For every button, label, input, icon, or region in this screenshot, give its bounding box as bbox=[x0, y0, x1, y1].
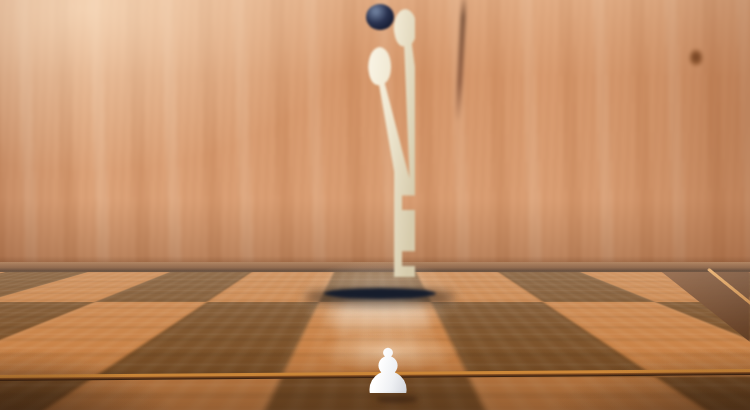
board-square bbox=[0, 270, 175, 302]
white-pawn-piece: ♟ bbox=[360, 344, 416, 404]
board-square bbox=[95, 302, 319, 377]
board-square bbox=[0, 302, 207, 377]
wood-knot bbox=[690, 50, 702, 66]
chess-photo-scene: ♛ ♟ bbox=[0, 0, 750, 410]
board-square bbox=[655, 377, 750, 410]
pawn-shadow bbox=[376, 396, 418, 403]
board-square bbox=[0, 377, 282, 410]
board-square bbox=[95, 270, 255, 302]
white-queen-piece: ♛ bbox=[316, 0, 444, 302]
board-square bbox=[0, 270, 95, 302]
board-square bbox=[0, 377, 95, 410]
white-queen-glyph: ♛ bbox=[345, 0, 415, 288]
board-square bbox=[0, 302, 95, 377]
board-square bbox=[468, 377, 750, 410]
queen-finial-ball bbox=[366, 4, 394, 30]
white-pawn-glyph: ♟ bbox=[360, 344, 416, 400]
board-square bbox=[0, 270, 15, 302]
board-right-frame bbox=[610, 262, 750, 342]
queen-base-ring bbox=[324, 288, 436, 299]
